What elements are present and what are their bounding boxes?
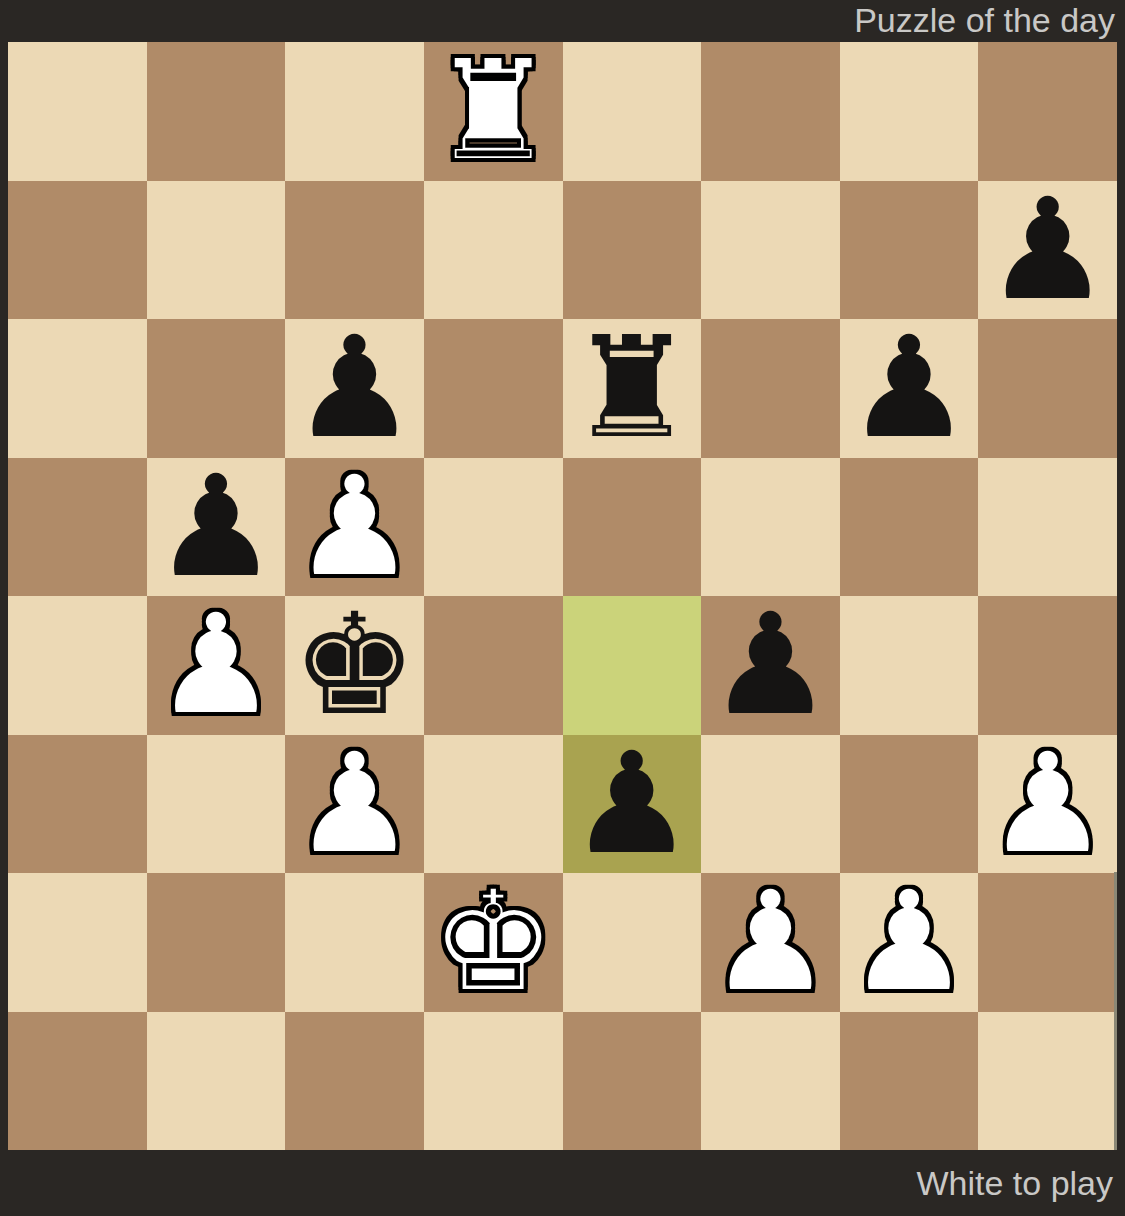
square-f4[interactable]: ♟ bbox=[701, 596, 840, 735]
square-a8[interactable] bbox=[8, 42, 147, 181]
white-pawn[interactable]: ♟ bbox=[846, 873, 972, 1011]
square-f1[interactable] bbox=[701, 1012, 840, 1151]
square-g8[interactable] bbox=[840, 42, 979, 181]
square-c4[interactable]: ♚ bbox=[285, 596, 424, 735]
black-rook[interactable]: ♜ bbox=[569, 319, 695, 457]
puzzle-title: Puzzle of the day bbox=[854, 0, 1115, 40]
square-a3[interactable] bbox=[8, 735, 147, 874]
square-d3[interactable] bbox=[424, 735, 563, 874]
square-a6[interactable] bbox=[8, 319, 147, 458]
square-b6[interactable] bbox=[147, 319, 286, 458]
square-b2[interactable] bbox=[147, 873, 286, 1012]
square-e1[interactable] bbox=[563, 1012, 702, 1151]
square-h6[interactable] bbox=[978, 319, 1117, 458]
white-pawn[interactable]: ♟ bbox=[708, 873, 834, 1011]
square-h4[interactable] bbox=[978, 596, 1117, 735]
square-a7[interactable] bbox=[8, 181, 147, 320]
square-e5[interactable] bbox=[563, 458, 702, 597]
square-d8[interactable]: ♜ bbox=[424, 42, 563, 181]
square-d6[interactable] bbox=[424, 319, 563, 458]
white-pawn[interactable]: ♟ bbox=[292, 735, 418, 873]
square-f8[interactable] bbox=[701, 42, 840, 181]
square-d5[interactable] bbox=[424, 458, 563, 597]
white-rook[interactable]: ♜ bbox=[430, 42, 556, 180]
square-c5[interactable]: ♟ bbox=[285, 458, 424, 597]
square-a4[interactable] bbox=[8, 596, 147, 735]
square-g7[interactable] bbox=[840, 181, 979, 320]
square-f2[interactable]: ♟ bbox=[701, 873, 840, 1012]
square-a2[interactable] bbox=[8, 873, 147, 1012]
square-g1[interactable] bbox=[840, 1012, 979, 1151]
square-g5[interactable] bbox=[840, 458, 979, 597]
square-h1[interactable] bbox=[978, 1012, 1117, 1151]
square-c2[interactable] bbox=[285, 873, 424, 1012]
square-c3[interactable]: ♟ bbox=[285, 735, 424, 874]
square-d4[interactable] bbox=[424, 596, 563, 735]
white-pawn[interactable]: ♟ bbox=[985, 735, 1111, 873]
white-pawn[interactable]: ♟ bbox=[153, 596, 279, 734]
black-pawn[interactable]: ♟ bbox=[846, 319, 972, 457]
black-pawn[interactable]: ♟ bbox=[569, 735, 695, 873]
square-b5[interactable]: ♟ bbox=[147, 458, 286, 597]
black-pawn[interactable]: ♟ bbox=[985, 181, 1111, 319]
square-h5[interactable] bbox=[978, 458, 1117, 597]
square-h3[interactable]: ♟ bbox=[978, 735, 1117, 874]
square-c1[interactable] bbox=[285, 1012, 424, 1151]
status-bar: White to play bbox=[0, 1150, 1125, 1216]
white-king[interactable]: ♚ bbox=[430, 873, 556, 1011]
black-king[interactable]: ♚ bbox=[292, 596, 418, 734]
square-b7[interactable] bbox=[147, 181, 286, 320]
square-e3[interactable]: ♟ bbox=[563, 735, 702, 874]
square-d7[interactable] bbox=[424, 181, 563, 320]
square-b1[interactable] bbox=[147, 1012, 286, 1151]
square-g4[interactable] bbox=[840, 596, 979, 735]
square-f6[interactable] bbox=[701, 319, 840, 458]
square-c6[interactable]: ♟ bbox=[285, 319, 424, 458]
square-b3[interactable] bbox=[147, 735, 286, 874]
square-g3[interactable] bbox=[840, 735, 979, 874]
square-e4[interactable] bbox=[563, 596, 702, 735]
black-pawn[interactable]: ♟ bbox=[292, 319, 418, 457]
square-h7[interactable]: ♟ bbox=[978, 181, 1117, 320]
square-e8[interactable] bbox=[563, 42, 702, 181]
square-h8[interactable] bbox=[978, 42, 1117, 181]
square-c7[interactable] bbox=[285, 181, 424, 320]
square-e2[interactable] bbox=[563, 873, 702, 1012]
side-to-move-status: White to play bbox=[916, 1153, 1113, 1213]
square-c8[interactable] bbox=[285, 42, 424, 181]
black-pawn[interactable]: ♟ bbox=[708, 596, 834, 734]
square-g2[interactable]: ♟ bbox=[840, 873, 979, 1012]
title-bar: Puzzle of the day bbox=[0, 0, 1125, 42]
black-pawn[interactable]: ♟ bbox=[153, 458, 279, 596]
square-d2[interactable]: ♚ bbox=[424, 873, 563, 1012]
square-a5[interactable] bbox=[8, 458, 147, 597]
square-f5[interactable] bbox=[701, 458, 840, 597]
square-f3[interactable] bbox=[701, 735, 840, 874]
square-b8[interactable] bbox=[147, 42, 286, 181]
square-a1[interactable] bbox=[8, 1012, 147, 1151]
square-g6[interactable]: ♟ bbox=[840, 319, 979, 458]
square-d1[interactable] bbox=[424, 1012, 563, 1151]
square-h2[interactable] bbox=[978, 873, 1117, 1012]
chess-board[interactable]: ♜♟♟♜♟♟♟♟♚♟♟♟♟♚♟♟ bbox=[8, 42, 1117, 1150]
square-b4[interactable]: ♟ bbox=[147, 596, 286, 735]
square-f7[interactable] bbox=[701, 181, 840, 320]
square-e7[interactable] bbox=[563, 181, 702, 320]
white-pawn[interactable]: ♟ bbox=[292, 458, 418, 596]
square-e6[interactable]: ♜ bbox=[563, 319, 702, 458]
